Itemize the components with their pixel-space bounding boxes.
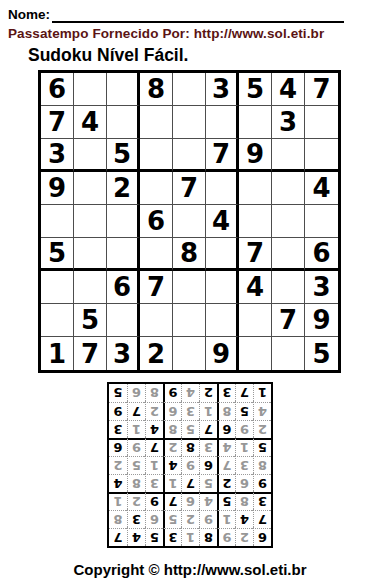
solution-cell-r6c7: 7	[145, 438, 163, 456]
cell-r7c4: 7	[140, 271, 173, 304]
solution-cell-r2c5: 2	[181, 510, 199, 528]
cell-r6c6	[206, 238, 239, 271]
solution-cell-r9c1: 1	[253, 384, 271, 402]
cell-r5c3	[107, 205, 140, 238]
cell-r9c2: 7	[74, 337, 107, 370]
cell-r8c1	[41, 304, 74, 337]
cell-r5c4: 6	[140, 205, 173, 238]
cell-r2c8: 3	[272, 106, 305, 139]
cell-r3c8	[272, 139, 305, 172]
solution-cell-r1c3: 9	[217, 528, 235, 546]
solution-cell-r3c9: 1	[109, 492, 127, 510]
cell-r5c6: 4	[206, 205, 239, 238]
solution-cell-r3c8: 2	[127, 492, 145, 510]
solution-cell-r9c2: 7	[235, 384, 253, 402]
solution-cell-r2c8: 3	[127, 510, 145, 528]
cell-r7c3: 6	[107, 271, 140, 304]
cell-r1c1: 6	[41, 73, 74, 106]
cell-r5c5	[173, 205, 206, 238]
solution-cell-r7c3: 6	[217, 420, 235, 438]
cell-r6c2	[74, 238, 107, 271]
cell-r2c3	[107, 106, 140, 139]
solution-cell-r7c7: 4	[145, 420, 163, 438]
solution-cell-r5c1: 8	[253, 456, 271, 474]
cell-r6c9: 6	[305, 238, 338, 271]
cell-r4c1: 9	[41, 172, 74, 205]
solution-cell-r7c5: 5	[181, 420, 199, 438]
solution-cell-r2c9: 8	[109, 510, 127, 528]
cell-r8c8: 7	[272, 304, 305, 337]
cell-r5c1	[41, 205, 74, 238]
name-row: Nome:	[8, 5, 372, 23]
solution-cell-r6c9: 6	[109, 438, 127, 456]
cell-r3c1: 3	[41, 139, 74, 172]
solution-cell-r6c6: 2	[163, 438, 181, 456]
solution-cell-r4c1: 9	[253, 474, 271, 492]
solution-cell-r5c9: 2	[109, 456, 127, 474]
worksheet-page: Nome: Passatempo Fornecido Por: http://w…	[0, 0, 380, 578]
cell-r8c6	[206, 304, 239, 337]
cell-r6c7: 7	[239, 238, 272, 271]
cell-r4c5: 7	[173, 172, 206, 205]
cell-r3c5	[173, 139, 206, 172]
cell-r6c3	[107, 238, 140, 271]
solution-cell-r4c2: 6	[235, 474, 253, 492]
cell-r6c8	[272, 238, 305, 271]
cell-r3c6: 7	[206, 139, 239, 172]
cell-r9c5	[173, 337, 206, 370]
cell-r4c4	[140, 172, 173, 205]
solution-cell-r3c5: 6	[181, 492, 199, 510]
cell-r2c2: 4	[74, 106, 107, 139]
solution-cell-r8c7: 2	[145, 402, 163, 420]
name-label: Nome:	[8, 7, 50, 23]
cell-r5c8	[272, 205, 305, 238]
solution-cell-r7c9: 3	[109, 420, 127, 438]
cell-r1c4: 8	[140, 73, 173, 106]
name-blank-line	[52, 6, 344, 23]
solution-cell-r5c5: 9	[181, 456, 199, 474]
solution-cell-r8c3: 8	[217, 402, 235, 420]
cell-r1c5	[173, 73, 206, 106]
cell-r4c2	[74, 172, 107, 205]
solution-cell-r1c6: 3	[163, 528, 181, 546]
page-title: Sudoku Nível Fácil.	[28, 45, 372, 66]
solution-cell-r1c9: 7	[109, 528, 127, 546]
solution-cell-r7c2: 9	[235, 420, 253, 438]
solution-cell-r9c6: 9	[163, 384, 181, 402]
copyright-line: Copyright © http://www.sol.eti.br	[8, 561, 372, 578]
solution-cell-r7c1: 2	[253, 420, 271, 438]
solution-cell-r3c3: 5	[217, 492, 235, 510]
solution-cell-r4c8: 8	[127, 474, 145, 492]
solution-cell-r1c1: 6	[253, 528, 271, 546]
solution-cell-r6c3: 4	[217, 438, 235, 456]
solution-cell-r5c3: 7	[217, 456, 235, 474]
cell-r8c2: 5	[74, 304, 107, 337]
cell-r6c5: 8	[173, 238, 206, 271]
solution-cell-r9c3: 3	[217, 384, 235, 402]
cell-r1c3	[107, 73, 140, 106]
solution-cell-r2c1: 7	[253, 510, 271, 528]
cell-r8c5	[173, 304, 206, 337]
cell-r3c7: 9	[239, 139, 272, 172]
cell-r8c7	[239, 304, 272, 337]
solution-cell-r9c8: 6	[127, 384, 145, 402]
cell-r2c7	[239, 106, 272, 139]
cell-r7c2	[74, 271, 107, 304]
cell-r3c9	[305, 139, 338, 172]
solution-cell-r3c6: 7	[163, 492, 181, 510]
cell-r9c6: 9	[206, 337, 239, 370]
solution-cell-r3c2: 8	[235, 492, 253, 510]
solution-cell-r9c4: 2	[199, 384, 217, 402]
cell-r1c6: 3	[206, 73, 239, 106]
solution-grid: 6298135477419256383854679219625713848376…	[107, 382, 273, 548]
solution-cell-r3c1: 3	[253, 492, 271, 510]
cell-r9c1: 1	[41, 337, 74, 370]
cell-r9c3: 3	[107, 337, 140, 370]
cell-r2c6	[206, 106, 239, 139]
solution-cell-r6c4: 3	[199, 438, 217, 456]
cell-r9c4: 2	[140, 337, 173, 370]
solution-cell-r6c5: 8	[181, 438, 199, 456]
solution-cell-r4c6: 1	[163, 474, 181, 492]
cell-r4c7	[239, 172, 272, 205]
cell-r1c7: 5	[239, 73, 272, 106]
cell-r6c4	[140, 238, 173, 271]
cell-r7c8	[272, 271, 305, 304]
solution-cell-r8c8: 7	[127, 402, 145, 420]
cell-r2c9	[305, 106, 338, 139]
cell-r7c5	[173, 271, 206, 304]
solution-cell-r2c2: 4	[235, 510, 253, 528]
cell-r9c8	[272, 337, 305, 370]
cell-r4c6	[206, 172, 239, 205]
cell-r1c2	[74, 73, 107, 106]
cell-r2c5	[173, 106, 206, 139]
cell-r7c9: 3	[305, 271, 338, 304]
cell-r6c1: 5	[41, 238, 74, 271]
cell-r3c3: 5	[107, 139, 140, 172]
solution-cell-r4c4: 5	[199, 474, 217, 492]
solution-cell-r6c8: 9	[127, 438, 145, 456]
provider-line: Passatempo Fornecido Por: http://www.sol…	[8, 26, 372, 41]
solution-cell-r2c4: 9	[199, 510, 217, 528]
cell-r4c3: 2	[107, 172, 140, 205]
solution-cell-r9c7: 8	[145, 384, 163, 402]
solution-cell-r5c6: 4	[163, 456, 181, 474]
cell-r5c7	[239, 205, 272, 238]
solution-cell-r2c7: 6	[145, 510, 163, 528]
solution-cell-r4c5: 7	[181, 474, 199, 492]
cell-r1c8: 4	[272, 73, 305, 106]
cell-r1c9: 7	[305, 73, 338, 106]
solution-cell-r4c7: 3	[145, 474, 163, 492]
solution-cell-r6c1: 5	[253, 438, 271, 456]
cell-r9c9: 5	[305, 337, 338, 370]
cell-r5c9	[305, 205, 338, 238]
cell-r7c7: 4	[239, 271, 272, 304]
cell-r2c4	[140, 106, 173, 139]
solution-cell-r5c8: 5	[127, 456, 145, 474]
solution-cell-r3c4: 4	[199, 492, 217, 510]
solution-cell-r4c9: 4	[109, 474, 127, 492]
solution-cell-r3c7: 9	[145, 492, 163, 510]
cell-r2c1: 7	[41, 106, 74, 139]
solution-cell-r9c9: 5	[109, 384, 127, 402]
solution-cell-r1c2: 2	[235, 528, 253, 546]
cell-r8c9: 9	[305, 304, 338, 337]
cell-r5c2	[74, 205, 107, 238]
solution-cell-r7c4: 7	[199, 420, 217, 438]
solution-cell-r8c9: 9	[109, 402, 127, 420]
solution-cell-r8c2: 5	[235, 402, 253, 420]
cell-r4c8	[272, 172, 305, 205]
solution-cell-r8c6: 6	[163, 402, 181, 420]
solution-cell-r8c1: 4	[253, 402, 271, 420]
solution-cell-r5c2: 3	[235, 456, 253, 474]
solution-cell-r1c7: 5	[145, 528, 163, 546]
cell-r3c2	[74, 139, 107, 172]
cell-r3c4	[140, 139, 173, 172]
solution-cell-r1c8: 4	[127, 528, 145, 546]
solution-cell-r2c6: 5	[163, 510, 181, 528]
cell-r7c6	[206, 271, 239, 304]
solution-cell-r1c4: 8	[199, 528, 217, 546]
cell-r7c1	[41, 271, 74, 304]
solution-cell-r5c4: 6	[199, 456, 217, 474]
solution-cell-r7c8: 1	[127, 420, 145, 438]
puzzle-grid: 683547743357992746458766743579173295	[38, 70, 341, 373]
cell-r8c4	[140, 304, 173, 337]
solution-cell-r5c7: 1	[145, 456, 163, 474]
solution-cell-r8c5: 3	[181, 402, 199, 420]
solution-cell-r6c2: 1	[235, 438, 253, 456]
cell-r9c7	[239, 337, 272, 370]
solution-cell-r4c3: 2	[217, 474, 235, 492]
solution-cell-r1c5: 1	[181, 528, 199, 546]
solution-cell-r9c5: 4	[181, 384, 199, 402]
cell-r4c9: 4	[305, 172, 338, 205]
solution-cell-r2c3: 1	[217, 510, 235, 528]
solution-cell-r8c4: 1	[199, 402, 217, 420]
cell-r8c3	[107, 304, 140, 337]
solution-cell-r7c6: 8	[163, 420, 181, 438]
